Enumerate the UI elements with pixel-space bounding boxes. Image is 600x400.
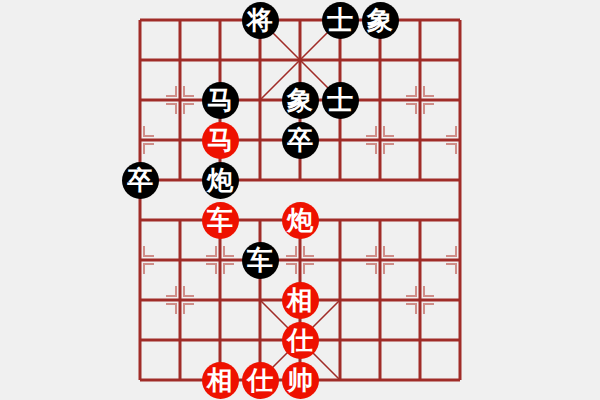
piece-red-cannon[interactable]: 炮 (282, 202, 319, 239)
xiangqi-board[interactable]: 将士象马象士马卒卒炮车炮车相仕相仕帅 (0, 0, 600, 400)
piece-black-advisor[interactable]: 士 (322, 2, 359, 39)
piece-black-elephant[interactable]: 象 (362, 2, 399, 39)
piece-black-chariot[interactable]: 车 (242, 242, 279, 279)
piece-red-general[interactable]: 帅 (282, 362, 319, 399)
piece-red-chariot[interactable]: 车 (202, 202, 239, 239)
piece-black-general[interactable]: 将 (242, 2, 279, 39)
piece-red-advisor[interactable]: 仕 (282, 322, 319, 359)
piece-black-soldier[interactable]: 卒 (122, 162, 159, 199)
piece-red-elephant[interactable]: 相 (282, 282, 319, 319)
piece-red-advisor[interactable]: 仕 (242, 362, 279, 399)
piece-red-elephant[interactable]: 相 (202, 362, 239, 399)
piece-red-horse[interactable]: 马 (202, 122, 239, 159)
piece-black-advisor[interactable]: 士 (322, 82, 359, 119)
piece-black-cannon[interactable]: 炮 (202, 162, 239, 199)
piece-black-horse[interactable]: 马 (202, 82, 239, 119)
piece-black-soldier[interactable]: 卒 (282, 122, 319, 159)
piece-black-elephant[interactable]: 象 (282, 82, 319, 119)
